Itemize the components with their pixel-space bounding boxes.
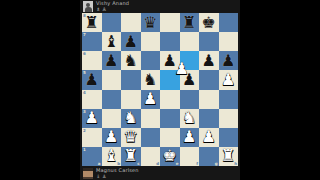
bottom-player-captured-pieces: ♝ ♟ (96, 174, 139, 179)
bottom-player-avatar (83, 168, 93, 179)
piece-wP-d4[interactable]: ♟ (141, 90, 161, 109)
piece-bP-h6[interactable]: ♟ (219, 51, 239, 70)
chess-board: 87654321abcdefgh ♜♛♜♚♝♟♟♞♟♟♟♟♞♟♟♟♟♞♞♟♛♟♟… (82, 13, 238, 166)
piece-bR-a8[interactable]: ♜ (82, 13, 102, 32)
piece-bP-b6[interactable]: ♟ (102, 51, 122, 70)
bottom-player-name: Magnus Carlsen (96, 168, 139, 173)
piece-wP-a3[interactable]: ♟ (82, 109, 102, 128)
piece-wN-f3[interactable]: ♞ (180, 109, 200, 128)
piece-bP-g6[interactable]: ♟ (199, 51, 219, 70)
piece-wP-f6-animating[interactable]: ♟ (172, 59, 192, 78)
piece-bB-b7[interactable]: ♝ (102, 32, 122, 51)
app-column: Vishy Anand ♗ ♙ 87654321abcdefgh ♜♛♜♚♝♟♟… (80, 0, 240, 180)
top-player-captured-pieces: ♗ ♙ (96, 7, 129, 12)
piece-wR-h1[interactable]: ♜ (219, 147, 239, 166)
board-pieces: ♜♛♜♚♝♟♟♞♟♟♟♟♞♟♟♟♟♞♞♟♛♟♟♝♜♚♜♟ (82, 13, 238, 166)
video-frame: Vishy Anand ♗ ♙ 87654321abcdefgh ♜♛♜♚♝♟♟… (0, 0, 320, 180)
top-player-bar: Vishy Anand ♗ ♙ (80, 0, 240, 13)
piece-bP-c7[interactable]: ♟ (121, 32, 141, 51)
piece-wB-b1[interactable]: ♝ (102, 147, 122, 166)
piece-wN-c3[interactable]: ♞ (121, 109, 141, 128)
piece-bR-f8[interactable]: ♜ (180, 13, 200, 32)
bottom-player-bar: Magnus Carlsen ♝ ♟ (80, 166, 240, 180)
piece-wP-f2[interactable]: ♟ (180, 128, 200, 147)
piece-bQ-d8[interactable]: ♛ (141, 13, 161, 32)
piece-wK-e1[interactable]: ♚ (160, 147, 180, 166)
piece-bN-c6[interactable]: ♞ (121, 51, 141, 70)
top-player-avatar-icon (83, 1, 93, 12)
piece-bP-a5[interactable]: ♟ (82, 70, 102, 89)
piece-wQ-c2[interactable]: ♛ (121, 128, 141, 147)
piece-bN-d5[interactable]: ♞ (141, 70, 161, 89)
piece-wP-g2[interactable]: ♟ (199, 128, 219, 147)
piece-wP-b2[interactable]: ♟ (102, 128, 122, 147)
piece-wP-h5[interactable]: ♟ (219, 70, 239, 89)
piece-bK-g8[interactable]: ♚ (199, 13, 219, 32)
piece-wR-c1[interactable]: ♜ (121, 147, 141, 166)
